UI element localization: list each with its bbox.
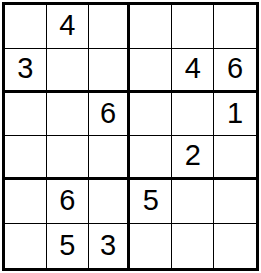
cell-r5c6[interactable] xyxy=(214,180,256,224)
cell-r5c1[interactable] xyxy=(5,180,47,224)
cell-r3c6[interactable]: 1 xyxy=(214,93,256,137)
sudoku-board: 43466126553 xyxy=(2,2,259,271)
cell-r3c5[interactable] xyxy=(172,93,214,137)
cell-r4c5[interactable]: 2 xyxy=(172,136,214,180)
given-digit: 6 xyxy=(227,54,243,85)
given-digit: 4 xyxy=(185,54,201,85)
cell-r6c5[interactable] xyxy=(172,224,214,268)
cell-r5c2[interactable]: 6 xyxy=(47,180,89,224)
cell-r4c3[interactable] xyxy=(89,136,131,180)
cell-r5c4[interactable]: 5 xyxy=(130,180,172,224)
cell-r5c5[interactable] xyxy=(172,180,214,224)
cell-r2c4[interactable] xyxy=(130,49,172,93)
given-digit: 4 xyxy=(59,11,75,42)
cell-r6c6[interactable] xyxy=(214,224,256,268)
cell-r6c4[interactable] xyxy=(130,224,172,268)
given-digit: 3 xyxy=(100,231,116,262)
cell-r6c3[interactable]: 3 xyxy=(89,224,131,268)
cell-r2c1[interactable]: 3 xyxy=(5,49,47,93)
given-digit: 6 xyxy=(100,99,116,130)
cell-r3c3[interactable]: 6 xyxy=(89,93,131,137)
cell-r3c4[interactable] xyxy=(130,93,172,137)
given-digit: 2 xyxy=(185,141,201,172)
cell-r1c1[interactable] xyxy=(5,5,47,49)
given-digit: 6 xyxy=(59,186,75,217)
cell-r3c2[interactable] xyxy=(47,93,89,137)
cell-r4c4[interactable] xyxy=(130,136,172,180)
given-digit: 3 xyxy=(17,54,33,85)
cell-r1c6[interactable] xyxy=(214,5,256,49)
given-digit: 1 xyxy=(227,99,243,130)
cell-r6c2[interactable]: 5 xyxy=(47,224,89,268)
cell-r1c2[interactable]: 4 xyxy=(47,5,89,49)
cell-r3c1[interactable] xyxy=(5,93,47,137)
cell-r5c3[interactable] xyxy=(89,180,131,224)
cell-r6c1[interactable] xyxy=(5,224,47,268)
cell-r2c3[interactable] xyxy=(89,49,131,93)
cell-r2c6[interactable]: 6 xyxy=(214,49,256,93)
cell-r1c4[interactable] xyxy=(130,5,172,49)
cell-r4c6[interactable] xyxy=(214,136,256,180)
cell-r4c1[interactable] xyxy=(5,136,47,180)
sudoku-page: 43466126553 xyxy=(0,0,261,273)
cell-r4c2[interactable] xyxy=(47,136,89,180)
given-digit: 5 xyxy=(59,231,75,262)
cell-r2c2[interactable] xyxy=(47,49,89,93)
cell-r1c5[interactable] xyxy=(172,5,214,49)
given-digit: 5 xyxy=(143,186,159,217)
cell-r1c3[interactable] xyxy=(89,5,131,49)
cell-r2c5[interactable]: 4 xyxy=(172,49,214,93)
